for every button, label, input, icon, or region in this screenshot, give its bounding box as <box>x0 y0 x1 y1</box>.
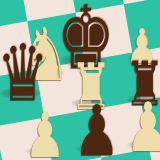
white-pawn-icon: ♟ <box>24 105 65 160</box>
piece-black-pawn-e4[interactable]: ♟ <box>97 84 160 154</box>
pieces-layer: ♛♞♚♜♟♜♟♟♟ <box>0 0 160 160</box>
chess-board-photo: ♛♞♚♜♟♜♟♟♟ <box>0 0 160 160</box>
piece-white-pawn-c4[interactable]: ♟ <box>45 94 101 156</box>
